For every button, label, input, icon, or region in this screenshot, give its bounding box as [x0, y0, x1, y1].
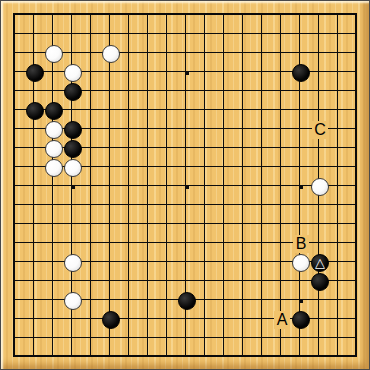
star-point — [185, 185, 189, 189]
black-stone-D13[interactable] — [64, 121, 82, 139]
white-stone-Q6[interactable] — [292, 254, 310, 272]
black-stone-K4[interactable] — [178, 292, 196, 310]
white-stone-D16[interactable] — [64, 64, 82, 82]
white-stone-F17[interactable] — [102, 45, 120, 63]
black-stone-R6[interactable]: △ — [311, 254, 329, 272]
white-stone-C11[interactable] — [45, 159, 63, 177]
white-stone-C12[interactable] — [45, 140, 63, 158]
black-stone-D12[interactable] — [64, 140, 82, 158]
black-stone-B14[interactable] — [26, 102, 44, 120]
go-board-screenshot: △ABC — [0, 0, 370, 370]
black-stone-Q3[interactable] — [292, 311, 310, 329]
star-point — [71, 185, 75, 189]
black-stone-D15[interactable] — [64, 83, 82, 101]
star-point — [299, 299, 303, 303]
point-label-A[interactable]: A — [274, 311, 290, 329]
black-stone-C14[interactable] — [45, 102, 63, 120]
white-stone-D11[interactable] — [64, 159, 82, 177]
white-stone-D6[interactable] — [64, 254, 82, 272]
star-point — [185, 71, 189, 75]
triangle-mark: △ — [315, 255, 325, 271]
point-label-C[interactable]: C — [312, 121, 328, 139]
white-stone-R10[interactable] — [311, 178, 329, 196]
white-stone-D4[interactable] — [64, 292, 82, 310]
board-grid[interactable]: △ABC — [13, 13, 357, 357]
point-label-B[interactable]: B — [293, 235, 309, 253]
goban: △ABC — [0, 0, 370, 370]
black-stone-R5[interactable] — [311, 273, 329, 291]
star-point — [299, 185, 303, 189]
black-stone-F3[interactable] — [102, 311, 120, 329]
white-stone-C13[interactable] — [45, 121, 63, 139]
black-stone-Q16[interactable] — [292, 64, 310, 82]
black-stone-B16[interactable] — [26, 64, 44, 82]
white-stone-C17[interactable] — [45, 45, 63, 63]
